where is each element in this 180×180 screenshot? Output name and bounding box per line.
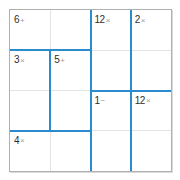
cell-r1c2[interactable] [50, 10, 90, 50]
cage-border-horizontal-r2r3-cols3-4 [90, 90, 172, 92]
cage-border-horizontal-r3r4-cols1-2 [10, 130, 92, 132]
cell-r2c3[interactable] [91, 50, 131, 90]
kenken-puzzle-screen: 6+ 12× 2× 3× 5+ 1− 12× 4× [0, 0, 180, 180]
cell-r2c1[interactable] [10, 50, 50, 90]
cell-r4c1[interactable] [10, 131, 50, 171]
cell-r2c2[interactable] [50, 50, 90, 90]
cell-r1c3[interactable] [91, 10, 131, 50]
cell-r3c4[interactable] [131, 91, 171, 131]
cell-r1c4[interactable] [131, 10, 171, 50]
cell-r3c3[interactable] [91, 91, 131, 131]
cell-r4c4[interactable] [131, 131, 171, 171]
cell-r4c2[interactable] [50, 131, 90, 171]
cage-border-vertical-c1c2-rows2-3 [49, 49, 51, 132]
cell-r3c2[interactable] [50, 91, 90, 131]
kenken-board: 6+ 12× 2× 3× 5+ 1− 12× 4× [9, 9, 172, 172]
cage-border-horizontal-r1r2-cols1-2 [10, 49, 92, 51]
cell-r1c1[interactable] [10, 10, 50, 50]
cell-r3c1[interactable] [10, 91, 50, 131]
cell-r4c3[interactable] [91, 131, 131, 171]
cell-r2c4[interactable] [131, 50, 171, 90]
